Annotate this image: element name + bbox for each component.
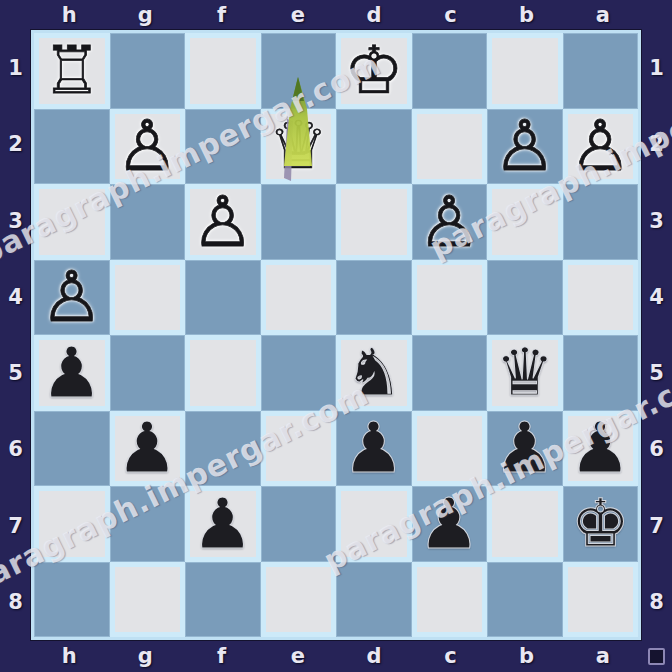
rank-labels-left: 12345678 — [0, 30, 31, 640]
square-e7[interactable] — [261, 486, 337, 562]
piece-white-queen: ♕ — [269, 113, 328, 179]
rank-label-5: 5 — [0, 335, 31, 411]
rank-label-7: 7 — [641, 488, 672, 564]
square-a7[interactable]: ♚ — [563, 486, 639, 562]
square-d7[interactable] — [336, 486, 412, 562]
square-f3[interactable]: ♙ — [185, 184, 261, 260]
rank-label-1: 1 — [641, 30, 672, 106]
piece-black-queen: ♛ — [495, 340, 554, 406]
piece-white-rook: ♖ — [42, 38, 101, 104]
piece-white-pawn: ♙ — [116, 111, 179, 181]
piece-black-pawn: ♟ — [342, 413, 405, 483]
square-c1[interactable] — [412, 33, 488, 109]
rank-label-8: 8 — [641, 564, 672, 640]
rank-label-3: 3 — [641, 183, 672, 259]
rank-label-1: 1 — [0, 30, 31, 106]
piece-black-pawn: ♟ — [191, 489, 254, 559]
square-c8[interactable] — [412, 562, 488, 638]
rank-label-2: 2 — [0, 106, 31, 182]
rank-label-6: 6 — [0, 411, 31, 487]
square-h1[interactable]: ♖ — [34, 33, 110, 109]
square-a8[interactable] — [563, 562, 639, 638]
piece-black-pawn: ♟ — [418, 489, 481, 559]
file-label-h: h — [31, 0, 107, 30]
square-c5[interactable] — [412, 335, 488, 411]
square-e6[interactable] — [261, 411, 337, 487]
file-label-d: d — [336, 640, 412, 672]
square-h8[interactable] — [34, 562, 110, 638]
square-c2[interactable] — [412, 109, 488, 185]
square-f1[interactable] — [185, 33, 261, 109]
square-d2[interactable] — [336, 109, 412, 185]
piece-black-knight: ♞ — [344, 340, 403, 406]
square-g6[interactable]: ♟ — [110, 411, 186, 487]
square-g5[interactable] — [110, 335, 186, 411]
square-d8[interactable] — [336, 562, 412, 638]
piece-white-pawn: ♙ — [418, 187, 481, 257]
square-g1[interactable] — [110, 33, 186, 109]
square-c7[interactable]: ♟ — [412, 486, 488, 562]
piece-white-pawn: ♙ — [569, 111, 632, 181]
square-a4[interactable] — [563, 260, 639, 336]
square-e8[interactable] — [261, 562, 337, 638]
file-label-f: f — [184, 0, 260, 30]
rank-label-4: 4 — [641, 259, 672, 335]
square-b1[interactable] — [487, 33, 563, 109]
square-f6[interactable] — [185, 411, 261, 487]
square-g2[interactable]: ♙ — [110, 109, 186, 185]
piece-black-pawn: ♟ — [569, 413, 632, 483]
square-f8[interactable] — [185, 562, 261, 638]
file-label-g: g — [107, 0, 183, 30]
piece-white-pawn: ♙ — [40, 262, 103, 332]
file-labels-top: hgfedcba — [31, 0, 641, 30]
square-e3[interactable] — [261, 184, 337, 260]
file-label-a: a — [565, 640, 641, 672]
piece-black-pawn: ♟ — [493, 413, 556, 483]
square-h2[interactable] — [34, 109, 110, 185]
square-h5[interactable]: ♟ — [34, 335, 110, 411]
file-label-a: a — [565, 0, 641, 30]
square-e2[interactable]: ♕ — [261, 109, 337, 185]
file-label-f: f — [184, 640, 260, 672]
rank-label-8: 8 — [0, 564, 31, 640]
file-label-h: h — [31, 640, 107, 672]
file-label-d: d — [336, 0, 412, 30]
corner-logo-icon — [648, 648, 665, 665]
square-h7[interactable] — [34, 486, 110, 562]
square-f2[interactable] — [185, 109, 261, 185]
piece-black-king: ♚ — [571, 491, 630, 557]
piece-black-pawn: ♟ — [40, 338, 103, 408]
square-d4[interactable] — [336, 260, 412, 336]
chess-diagram: hgfedcba hgfedcba 12345678 12345678 ♖♔♙♕… — [0, 0, 672, 672]
square-f7[interactable]: ♟ — [185, 486, 261, 562]
square-b4[interactable] — [487, 260, 563, 336]
file-label-b: b — [489, 0, 565, 30]
rank-label-7: 7 — [0, 488, 31, 564]
square-e4[interactable] — [261, 260, 337, 336]
file-label-g: g — [107, 640, 183, 672]
square-e5[interactable] — [261, 335, 337, 411]
rank-label-4: 4 — [0, 259, 31, 335]
file-label-c: c — [412, 0, 488, 30]
file-label-e: e — [260, 640, 336, 672]
rank-label-5: 5 — [641, 335, 672, 411]
square-a6[interactable]: ♟ — [563, 411, 639, 487]
piece-white-pawn: ♙ — [493, 111, 556, 181]
square-g3[interactable] — [110, 184, 186, 260]
square-d6[interactable]: ♟ — [336, 411, 412, 487]
square-g4[interactable] — [110, 260, 186, 336]
file-labels-bottom: hgfedcba — [31, 640, 641, 672]
file-label-c: c — [412, 640, 488, 672]
rank-label-2: 2 — [641, 106, 672, 182]
square-a5[interactable] — [563, 335, 639, 411]
square-b2[interactable]: ♙ — [487, 109, 563, 185]
square-h4[interactable]: ♙ — [34, 260, 110, 336]
square-b7[interactable] — [487, 486, 563, 562]
file-label-e: e — [260, 0, 336, 30]
square-d5[interactable]: ♞ — [336, 335, 412, 411]
square-a3[interactable] — [563, 184, 639, 260]
square-c3[interactable]: ♙ — [412, 184, 488, 260]
square-b5[interactable]: ♛ — [487, 335, 563, 411]
square-f4[interactable] — [185, 260, 261, 336]
rank-label-6: 6 — [641, 411, 672, 487]
file-label-b: b — [489, 640, 565, 672]
square-a1[interactable] — [563, 33, 639, 109]
square-g8[interactable] — [110, 562, 186, 638]
rank-labels-right: 12345678 — [641, 30, 672, 640]
square-b3[interactable] — [487, 184, 563, 260]
square-h3[interactable] — [34, 184, 110, 260]
square-g7[interactable] — [110, 486, 186, 562]
square-h6[interactable] — [34, 411, 110, 487]
piece-black-pawn: ♟ — [116, 413, 179, 483]
square-e1[interactable] — [261, 33, 337, 109]
square-d3[interactable] — [336, 184, 412, 260]
square-c4[interactable] — [412, 260, 488, 336]
rank-label-3: 3 — [0, 183, 31, 259]
square-a2[interactable]: ♙ — [563, 109, 639, 185]
piece-white-pawn: ♙ — [191, 187, 254, 257]
square-d1[interactable]: ♔ — [336, 33, 412, 109]
square-f5[interactable] — [185, 335, 261, 411]
chess-board: ♖♔♙♕♙♙♙♙♙♟♞♛♟♟♟♟♟♟♚ — [31, 30, 641, 640]
square-b8[interactable] — [487, 562, 563, 638]
square-b6[interactable]: ♟ — [487, 411, 563, 487]
square-c6[interactable] — [412, 411, 488, 487]
piece-white-king: ♔ — [344, 38, 403, 104]
